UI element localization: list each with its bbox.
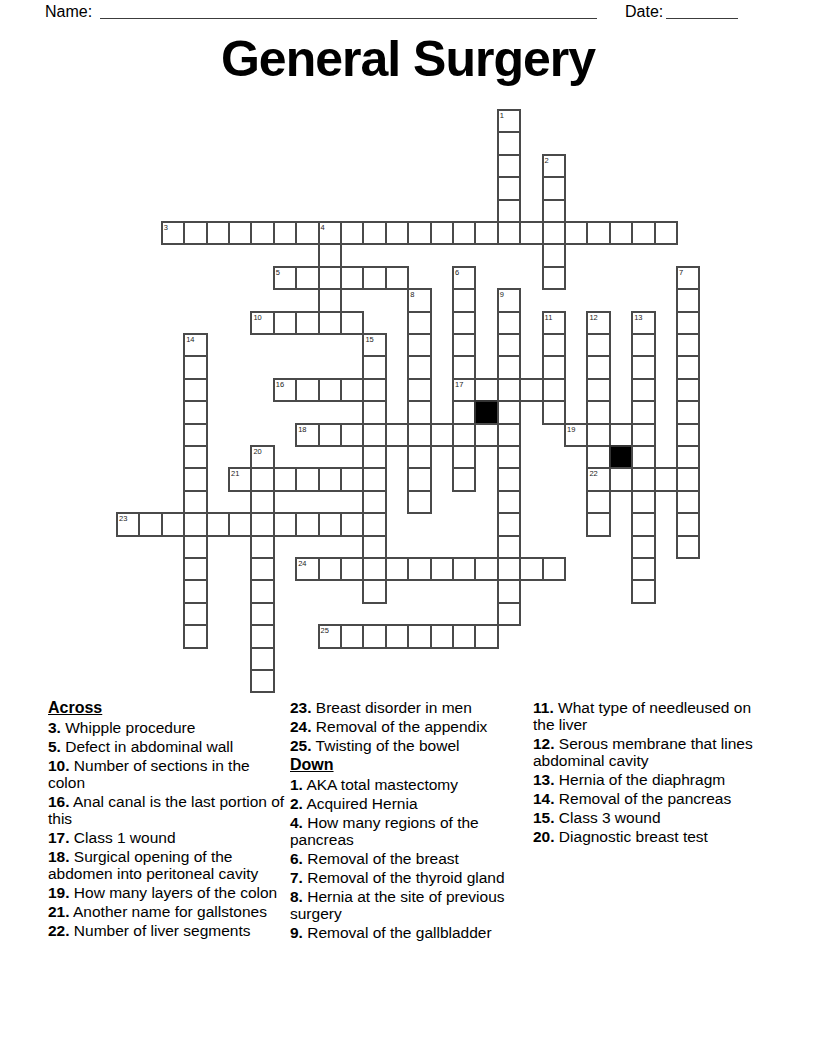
clue-item: 15. Class 3 wound	[533, 809, 761, 826]
grid-cell[interactable]	[273, 467, 297, 491]
grid-cell[interactable]	[631, 535, 655, 559]
grid-cell[interactable]	[474, 624, 498, 648]
grid-cell[interactable]	[676, 423, 700, 447]
grid-cell[interactable]: 24	[295, 557, 319, 581]
grid-cell[interactable]	[362, 624, 386, 648]
clue-column-across: Across 3. Whipple procedure5. Defect in …	[48, 699, 286, 941]
grid-cell[interactable]	[340, 557, 364, 581]
grid-cell[interactable]	[250, 535, 274, 559]
cell-number: 24	[298, 559, 306, 568]
grid-cell[interactable]	[676, 355, 700, 379]
grid-cell[interactable]	[295, 378, 319, 402]
grid-cell[interactable]	[497, 490, 521, 514]
grid-cell[interactable]	[474, 221, 498, 245]
grid-cell[interactable]	[183, 490, 207, 514]
grid-cell[interactable]	[250, 490, 274, 514]
grid-cell[interactable]: 6	[452, 266, 476, 290]
grid-cell[interactable]	[273, 221, 297, 245]
grid-cell[interactable]	[362, 266, 386, 290]
grid-cell[interactable]	[631, 378, 655, 402]
grid-cell[interactable]	[497, 311, 521, 335]
grid-cell[interactable]	[497, 467, 521, 491]
grid-cell[interactable]	[340, 311, 364, 335]
grid-cell[interactable]	[676, 400, 700, 424]
grid-cell[interactable]	[519, 557, 543, 581]
grid-cell[interactable]	[631, 579, 655, 603]
grid-cell[interactable]	[452, 288, 476, 312]
grid-cell[interactable]	[497, 535, 521, 559]
grid-cell[interactable]	[586, 355, 610, 379]
grid-cell[interactable]	[362, 535, 386, 559]
clue-item: 21. Another name for gallstones	[48, 903, 286, 920]
grid-cell[interactable]	[407, 445, 431, 469]
grid-cell[interactable]	[631, 221, 655, 245]
grid-cell[interactable]	[676, 535, 700, 559]
grid-cell[interactable]	[407, 467, 431, 491]
grid-cell[interactable]	[430, 624, 454, 648]
grid-cell[interactable]	[586, 333, 610, 357]
grid-cell[interactable]	[631, 512, 655, 536]
clue-item: 1. AKA total mastectomy	[290, 776, 522, 793]
clue-item: 3. Whipple procedure	[48, 719, 286, 736]
clue-item: 5. Defect in abdominal wall	[48, 738, 286, 755]
grid-cell[interactable]	[250, 669, 274, 693]
grid-cell[interactable]	[340, 423, 364, 447]
grid-cell[interactable]	[586, 512, 610, 536]
cell-number: 19	[567, 425, 575, 434]
grid-cell[interactable]: 2	[542, 154, 566, 178]
grid-cell[interactable]	[497, 602, 521, 626]
clue-item: 23. Breast disorder in men	[290, 699, 522, 716]
grid-cell[interactable]	[407, 355, 431, 379]
grid-cell[interactable]	[542, 333, 566, 357]
grid-cell[interactable]	[183, 221, 207, 245]
cell-number: 15	[365, 335, 373, 344]
grid-cell[interactable]	[586, 423, 610, 447]
grid-cell[interactable]	[497, 445, 521, 469]
clue-item: 11. What type of needleused on the liver	[533, 699, 761, 733]
cell-number: 12	[589, 313, 597, 322]
grid-cell[interactable]	[676, 490, 700, 514]
grid-cell[interactable]	[295, 266, 319, 290]
grid-cell[interactable]	[452, 557, 476, 581]
grid-cell[interactable]	[654, 467, 678, 491]
clue-item: 19. How many layers of the colon	[48, 884, 286, 901]
grid-cell[interactable]	[318, 288, 342, 312]
grid-cell[interactable]: 10	[250, 311, 274, 335]
clue-item: 18. Surgical opening of the abdomen into…	[48, 848, 286, 882]
grid-cell[interactable]	[676, 378, 700, 402]
grid-cell[interactable]	[497, 423, 521, 447]
grid-cell[interactable]	[340, 378, 364, 402]
grid-cell[interactable]	[609, 221, 633, 245]
clue-item: 8. Hernia at the site of previous surger…	[290, 888, 522, 922]
cell-number: 6	[455, 268, 459, 277]
name-field[interactable]	[100, 1, 597, 19]
grid-cell[interactable]	[542, 266, 566, 290]
grid-cell[interactable]: 20	[250, 445, 274, 469]
grid-cell[interactable]	[183, 579, 207, 603]
grid-cell[interactable]: 18	[295, 423, 319, 447]
grid-cell[interactable]	[631, 355, 655, 379]
grid-cell[interactable]	[542, 355, 566, 379]
clue-item: 10. Number of sections in the colon	[48, 757, 286, 791]
cell-number: 1	[500, 111, 504, 120]
grid-cell[interactable]	[183, 602, 207, 626]
grid-cell[interactable]	[676, 467, 700, 491]
grid-cell[interactable]	[497, 221, 521, 245]
grid-cell[interactable]	[654, 221, 678, 245]
grid-cell[interactable]	[407, 311, 431, 335]
grid-cell[interactable]	[250, 557, 274, 581]
grid-cell[interactable]	[340, 624, 364, 648]
grid-cell[interactable]	[497, 378, 521, 402]
down-clue-list: 1. AKA total mastectomy2. Acquired Herni…	[290, 776, 522, 941]
grid-cell[interactable]	[497, 400, 521, 424]
grid-cell[interactable]: 4	[318, 221, 342, 245]
grid-cell[interactable]	[631, 445, 655, 469]
clue-item: 22. Number of liver segments	[48, 922, 286, 939]
clue-item: 17. Class 1 wound	[48, 829, 286, 846]
name-label: Name:	[45, 3, 92, 21]
cell-number: 23	[119, 514, 127, 523]
grid-cell[interactable]	[497, 131, 521, 155]
across-clue-list: 3. Whipple procedure5. Defect in abdomin…	[48, 719, 286, 939]
grid-cell[interactable]	[362, 557, 386, 581]
grid-cell[interactable]	[631, 467, 655, 491]
grid-cell[interactable]	[497, 199, 521, 223]
grid-cell[interactable]	[564, 221, 588, 245]
grid-cell[interactable]	[250, 221, 274, 245]
grid-cell[interactable]	[452, 445, 476, 469]
grid-cell[interactable]	[586, 445, 610, 469]
clue-column-middle: 23. Breast disorder in men24. Removal of…	[290, 699, 522, 943]
worksheet-page: Name: Date: General Surgery 123456789101…	[0, 0, 816, 1056]
grid-cell[interactable]	[362, 400, 386, 424]
grid-cell[interactable]	[295, 311, 319, 335]
cell-number: 16	[276, 380, 284, 389]
grid-cell[interactable]	[183, 557, 207, 581]
grid-cell[interactable]: 8	[407, 288, 431, 312]
grid-cell[interactable]	[250, 512, 274, 536]
grid-cell[interactable]	[474, 423, 498, 447]
grid-cell[interactable]	[318, 557, 342, 581]
clue-item: 25. Twisting of the bowel	[290, 737, 522, 754]
grid-cell[interactable]	[676, 512, 700, 536]
grid-cell[interactable]	[318, 311, 342, 335]
grid-cell[interactable]: 25	[318, 624, 342, 648]
grid-cell[interactable]	[250, 624, 274, 648]
grid-cell[interactable]	[497, 557, 521, 581]
cell-number: 18	[298, 425, 306, 434]
grid-cell[interactable]	[474, 378, 498, 402]
across-clue-list-tail: 23. Breast disorder in men24. Removal of…	[290, 699, 522, 754]
grid-cell[interactable]	[362, 423, 386, 447]
grid-cell[interactable]	[474, 557, 498, 581]
grid-cell[interactable]	[407, 423, 431, 447]
grid-cell[interactable]	[318, 266, 342, 290]
grid-cell[interactable]	[452, 467, 476, 491]
cell-number: 20	[253, 447, 261, 456]
grid-cell[interactable]	[430, 221, 454, 245]
grid-cell[interactable]	[407, 490, 431, 514]
grid-cell[interactable]: 14	[183, 333, 207, 357]
grid-cell[interactable]	[497, 333, 521, 357]
grid-cell[interactable]	[206, 512, 230, 536]
grid-cell[interactable]	[340, 512, 364, 536]
grid-cell[interactable]	[161, 512, 185, 536]
grid-cell[interactable]	[183, 624, 207, 648]
clue-item: 12. Serous membrane that lines abdominal…	[533, 735, 761, 769]
grid-cell[interactable]	[183, 535, 207, 559]
grid-cell[interactable]	[452, 221, 476, 245]
grid-cell[interactable]	[250, 579, 274, 603]
grid-cell[interactable]	[407, 400, 431, 424]
grid-cell[interactable]	[676, 333, 700, 357]
grid-cell[interactable]	[318, 423, 342, 447]
grid-cell[interactable]	[497, 154, 521, 178]
cell-number: 2	[545, 156, 549, 165]
grid-cell[interactable]	[586, 400, 610, 424]
grid-cell[interactable]	[250, 602, 274, 626]
clue-column-down: 11. What type of needleused on the liver…	[533, 699, 761, 847]
cell-number: 25	[321, 626, 329, 635]
grid-cell[interactable]	[676, 445, 700, 469]
grid-cell[interactable]	[362, 490, 386, 514]
clue-item: 4. How many regions of the pancreas	[290, 814, 522, 848]
grid-cell[interactable]	[542, 378, 566, 402]
grid-cell[interactable]: 16	[273, 378, 297, 402]
grid-cell[interactable]	[586, 378, 610, 402]
cell-number: 5	[276, 268, 280, 277]
grid-cell[interactable]	[542, 176, 566, 200]
grid-cell[interactable]	[452, 624, 476, 648]
clue-item: 2. Acquired Hernia	[290, 795, 522, 812]
grid-cell[interactable]	[609, 423, 633, 447]
cell-number: 7	[679, 268, 683, 277]
grid-cell[interactable]	[183, 445, 207, 469]
date-field[interactable]	[666, 1, 738, 19]
grid-cell[interactable]	[542, 199, 566, 223]
grid-cell[interactable]	[385, 423, 409, 447]
grid-cell[interactable]	[385, 557, 409, 581]
down-clue-list-tail: 11. What type of needleused on the liver…	[533, 699, 761, 845]
clue-item: 6. Removal of the breast	[290, 850, 522, 867]
grid-cell[interactable]	[586, 490, 610, 514]
grid-cell[interactable]	[452, 355, 476, 379]
grid-cell[interactable]	[183, 400, 207, 424]
page-title: General Surgery	[0, 30, 816, 88]
grid-cell[interactable]	[407, 333, 431, 357]
grid-cell[interactable]	[452, 423, 476, 447]
grid-cell[interactable]	[340, 266, 364, 290]
cell-number: 17	[455, 380, 463, 389]
grid-cell[interactable]	[295, 467, 319, 491]
grid-cell[interactable]	[183, 423, 207, 447]
grid-cell[interactable]	[542, 400, 566, 424]
grid-cell[interactable]	[362, 355, 386, 379]
grid-cell[interactable]: 7	[676, 266, 700, 290]
grid-cell[interactable]	[273, 311, 297, 335]
grid-cell[interactable]	[273, 512, 297, 536]
grid-cell[interactable]	[183, 378, 207, 402]
grid-cell[interactable]	[228, 221, 252, 245]
grid-cell[interactable]: 17	[452, 378, 476, 402]
grid-cell[interactable]	[362, 467, 386, 491]
grid-cell[interactable]	[183, 467, 207, 491]
grid-cell[interactable]	[430, 557, 454, 581]
black-cell	[474, 400, 498, 424]
grid-cell[interactable]	[542, 243, 566, 267]
grid-cell[interactable]	[542, 221, 566, 245]
grid-cell[interactable]	[228, 512, 252, 536]
grid-cell[interactable]	[295, 512, 319, 536]
clue-item: 24. Removal of the appendix	[290, 718, 522, 735]
grid-cell[interactable]	[362, 512, 386, 536]
grid-cell[interactable]	[407, 624, 431, 648]
grid-cell[interactable]	[250, 467, 274, 491]
clue-item: 14. Removal of the pancreas	[533, 790, 761, 807]
grid-cell[interactable]: 21	[228, 467, 252, 491]
cell-number: 14	[186, 335, 194, 344]
grid-cell[interactable]	[519, 221, 543, 245]
grid-cell[interactable]: 23	[116, 512, 140, 536]
grid-cell[interactable]	[631, 490, 655, 514]
grid-cell[interactable]: 12	[586, 311, 610, 335]
clue-item: 13. Hernia of the diaphragm	[533, 771, 761, 788]
grid-cell[interactable]	[631, 423, 655, 447]
grid-cell[interactable]	[183, 355, 207, 379]
cell-number: 3	[164, 223, 168, 232]
grid-cell[interactable]	[340, 467, 364, 491]
grid-cell[interactable]: 5	[273, 266, 297, 290]
grid-cell[interactable]	[497, 579, 521, 603]
grid-cell[interactable]	[183, 512, 207, 536]
grid-cell[interactable]	[318, 512, 342, 536]
grid-cell[interactable]	[385, 624, 409, 648]
grid-cell[interactable]	[138, 512, 162, 536]
across-heading: Across	[48, 699, 286, 716]
cell-number: 8	[410, 290, 414, 299]
grid-cell[interactable]	[362, 221, 386, 245]
grid-cell[interactable]	[452, 311, 476, 335]
crossword-grid: 1234567891011121314151617181920212223242…	[117, 110, 700, 693]
date-label: Date:	[625, 3, 663, 21]
cell-number: 11	[545, 313, 553, 322]
grid-cell[interactable]: 1	[497, 109, 521, 133]
down-heading: Down	[290, 756, 522, 773]
grid-cell[interactable]	[340, 221, 364, 245]
cell-number: 21	[231, 469, 239, 478]
grid-cell[interactable]	[452, 400, 476, 424]
grid-cell[interactable]: 19	[564, 423, 588, 447]
grid-cell[interactable]	[542, 557, 566, 581]
grid-cell[interactable]	[318, 467, 342, 491]
black-cell	[609, 445, 633, 469]
grid-cell[interactable]	[452, 333, 476, 357]
grid-cell[interactable]	[318, 378, 342, 402]
grid-cell[interactable]	[385, 221, 409, 245]
grid-cell[interactable]	[609, 467, 633, 491]
grid-cell[interactable]	[250, 647, 274, 671]
clue-item: 16. Anal canal is the last portion of th…	[48, 793, 286, 827]
grid-cell[interactable]	[676, 288, 700, 312]
grid-cell[interactable]	[407, 221, 431, 245]
grid-cell[interactable]	[497, 512, 521, 536]
cell-number: 10	[253, 313, 261, 322]
cell-number: 13	[634, 313, 642, 322]
grid-cell[interactable]	[295, 221, 319, 245]
grid-cell[interactable]	[362, 579, 386, 603]
grid-cell[interactable]	[430, 423, 454, 447]
grid-cell[interactable]	[362, 378, 386, 402]
grid-cell[interactable]: 22	[586, 467, 610, 491]
grid-cell[interactable]	[631, 557, 655, 581]
grid-cell[interactable]: 3	[161, 221, 185, 245]
grid-cell[interactable]: 13	[631, 311, 655, 335]
grid-cell[interactable]	[631, 333, 655, 357]
grid-cell[interactable]	[676, 311, 700, 335]
grid-cell[interactable]	[586, 221, 610, 245]
grid-cell[interactable]	[407, 557, 431, 581]
grid-cell[interactable]	[497, 355, 521, 379]
clue-item: 20. Diagnostic breast test	[533, 828, 761, 845]
grid-cell[interactable]	[318, 243, 342, 267]
grid-cell[interactable]	[407, 378, 431, 402]
grid-cell[interactable]	[385, 266, 409, 290]
grid-cell[interactable]	[519, 378, 543, 402]
clue-item: 9. Removal of the gallbladder	[290, 924, 522, 941]
grid-cell[interactable]: 11	[542, 311, 566, 335]
cell-number: 22	[589, 469, 597, 478]
grid-cell[interactable]: 9	[497, 288, 521, 312]
cell-number: 9	[500, 290, 504, 299]
grid-cell[interactable]	[206, 221, 230, 245]
clue-item: 7. Removal of the thyroid gland	[290, 869, 522, 886]
grid-cell[interactable]: 15	[362, 333, 386, 357]
cell-number: 4	[321, 223, 325, 232]
grid-cell[interactable]	[362, 445, 386, 469]
grid-cell[interactable]	[631, 400, 655, 424]
grid-cell[interactable]	[497, 176, 521, 200]
